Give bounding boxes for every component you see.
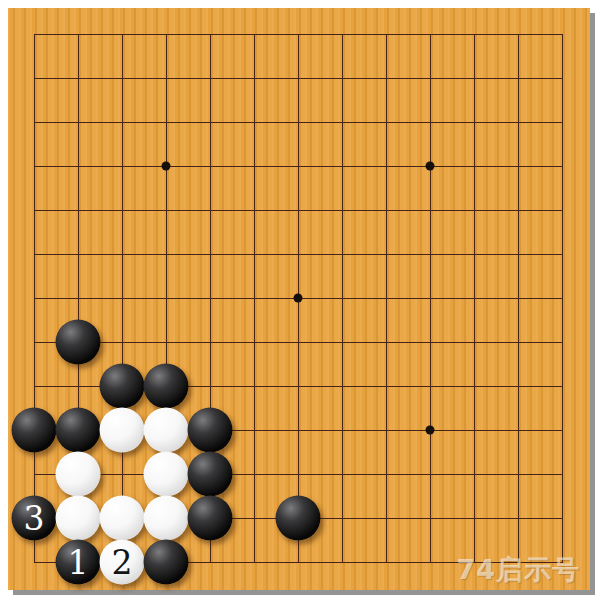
star-point	[294, 294, 303, 303]
grid-line-vertical	[430, 34, 431, 563]
grid-line-vertical	[386, 34, 387, 563]
watermark: 74启示号	[456, 552, 580, 588]
star-point	[426, 162, 435, 171]
page: 312 74启示号	[0, 0, 600, 600]
black-stone	[100, 364, 145, 409]
white-stone	[144, 496, 189, 541]
grid-line-horizontal	[34, 342, 563, 343]
black-stone	[56, 408, 101, 453]
move-number-1: 1	[68, 546, 89, 579]
grid-line-horizontal	[34, 474, 563, 475]
move-number-2: 2	[112, 546, 133, 579]
grid-line-vertical	[474, 34, 475, 563]
board-grid: 312	[34, 34, 563, 563]
black-stone	[188, 496, 233, 541]
white-stone	[144, 408, 189, 453]
move-number-3: 3	[24, 502, 45, 535]
black-stone	[144, 364, 189, 409]
black-stone	[276, 496, 321, 541]
black-stone	[56, 320, 101, 365]
white-stone	[100, 496, 145, 541]
grid-line-vertical	[518, 34, 519, 563]
black-stone	[144, 540, 189, 585]
star-point	[426, 426, 435, 435]
black-stone: 3	[12, 496, 57, 541]
black-stone	[188, 408, 233, 453]
black-stone	[188, 452, 233, 497]
white-stone: 2	[100, 540, 145, 585]
white-stone	[144, 452, 189, 497]
white-stone	[100, 408, 145, 453]
grid-line-vertical	[562, 34, 563, 563]
go-board: 312	[8, 8, 590, 590]
grid-line-vertical	[342, 34, 343, 563]
black-stone: 1	[56, 540, 101, 585]
white-stone	[56, 452, 101, 497]
white-stone	[56, 496, 101, 541]
star-point	[162, 162, 171, 171]
black-stone	[12, 408, 57, 453]
